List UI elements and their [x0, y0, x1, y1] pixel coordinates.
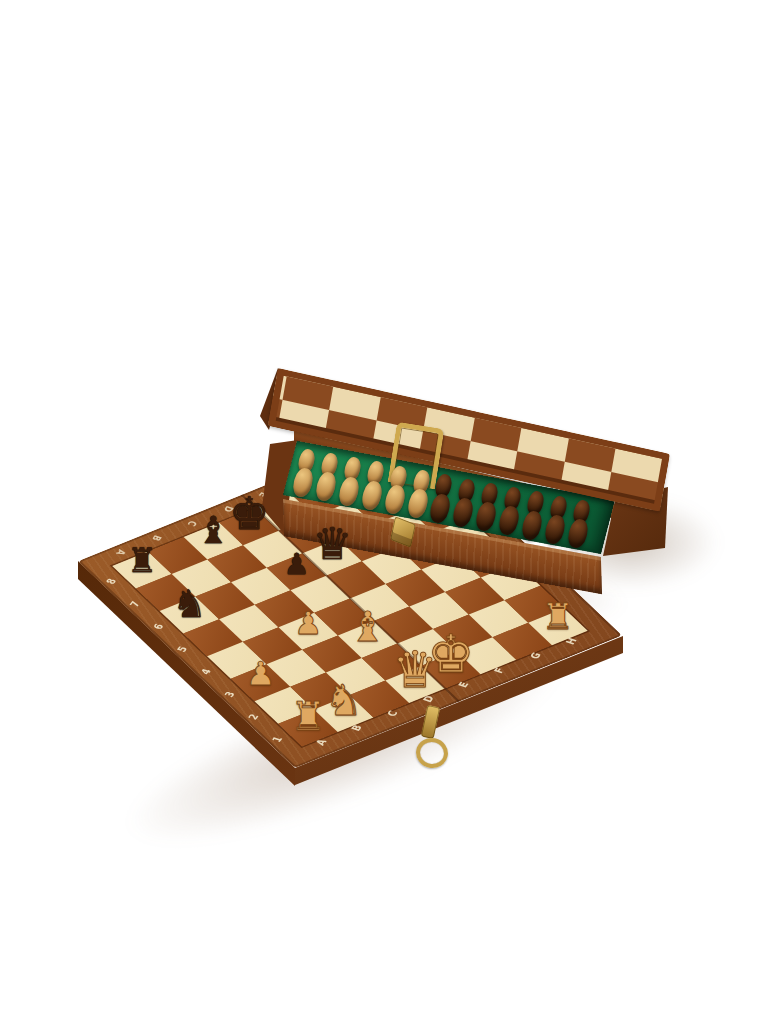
rank-label: 1 [269, 735, 285, 743]
file-label: H [563, 636, 579, 645]
rank-label: 2 [246, 713, 262, 721]
file-label: F [491, 666, 507, 674]
product-photo-scene: 87654321AABBCCDDEEFFGGHH ♜♝♚♞♟♛♟♟♝♜♞♛♚♜ [0, 0, 768, 1024]
file-label: B [349, 724, 365, 733]
file-label-mirrored: A [114, 548, 129, 556]
board-clasp-loop-icon [413, 735, 451, 771]
file-label: D [420, 694, 436, 703]
file-label-mirrored: D [221, 505, 236, 514]
file-label: A [313, 738, 329, 747]
file-label: C [384, 709, 400, 718]
file-label-mirrored: B [149, 534, 164, 542]
rank-label: 6 [151, 622, 167, 630]
rank-label: 8 [103, 577, 119, 585]
rank-label: 5 [174, 645, 190, 653]
file-label-mirrored: C [185, 520, 200, 528]
file-label: G [527, 651, 543, 660]
file-label: E [456, 681, 472, 689]
rank-label: 3 [222, 690, 238, 698]
rank-label: 7 [127, 600, 143, 608]
rank-label: 4 [198, 668, 214, 676]
